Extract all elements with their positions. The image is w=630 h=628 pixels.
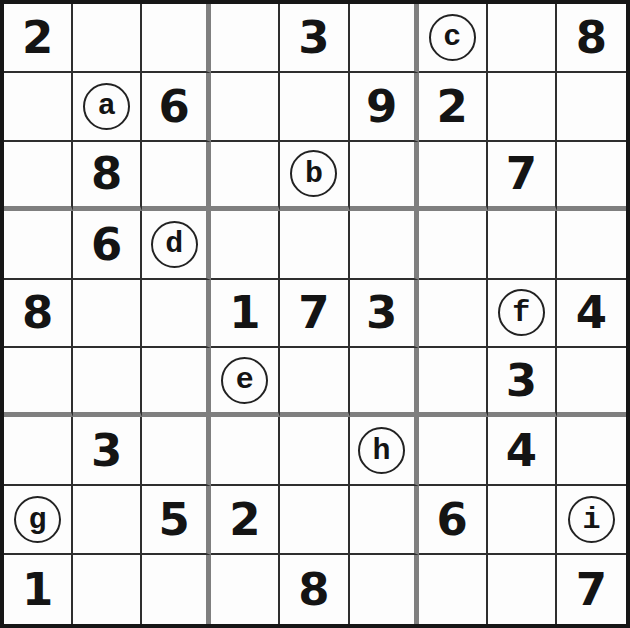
cell-r2c5[interactable] <box>280 73 349 142</box>
circled-letter-c: c <box>429 14 476 61</box>
cell-r6c1[interactable] <box>4 348 73 417</box>
given-digit: 6 <box>437 497 468 542</box>
cell-r5c3[interactable] <box>142 280 211 349</box>
cell-r8c3: 5 <box>142 486 211 555</box>
given-digit: 1 <box>22 567 53 612</box>
cell-r9c4[interactable] <box>211 555 280 624</box>
cell-r5c2[interactable] <box>73 280 142 349</box>
circled-letter-f: f <box>498 289 545 336</box>
cell-r2c3: 6 <box>142 73 211 142</box>
cell-r7c6[interactable]: h <box>350 417 419 486</box>
cell-r2c4[interactable] <box>211 73 280 142</box>
cell-r6c2[interactable] <box>73 348 142 417</box>
cell-r3c6[interactable] <box>350 142 419 211</box>
cell-r6c8: 3 <box>488 348 557 417</box>
cell-r1c4[interactable] <box>211 4 280 73</box>
cell-r7c8: 4 <box>488 417 557 486</box>
given-digit: 7 <box>298 290 329 335</box>
circled-letter-e: e <box>221 357 268 404</box>
cell-r1c7[interactable]: c <box>419 4 488 73</box>
given-digit: 8 <box>91 151 122 196</box>
given-digit: 4 <box>506 428 537 473</box>
cell-r6c6[interactable] <box>350 348 419 417</box>
cell-r2c8[interactable] <box>488 73 557 142</box>
cell-r7c7[interactable] <box>419 417 488 486</box>
cell-r6c5[interactable] <box>280 348 349 417</box>
cell-r7c1[interactable] <box>4 417 73 486</box>
cell-r9c2[interactable] <box>73 555 142 624</box>
cell-r8c8[interactable] <box>488 486 557 555</box>
given-digit: 7 <box>576 567 607 612</box>
cell-r9c7[interactable] <box>419 555 488 624</box>
given-digit: 6 <box>91 222 122 267</box>
sudoku-board: 23c8a6928b76d8173f4e33h4g526i187 <box>0 0 630 628</box>
cell-r1c1: 2 <box>4 4 73 73</box>
given-digit: 6 <box>159 84 190 129</box>
cell-r4c8[interactable] <box>488 211 557 280</box>
given-digit: 8 <box>576 15 607 60</box>
cell-r2c1[interactable] <box>4 73 73 142</box>
cell-r1c9: 8 <box>557 4 626 73</box>
cell-r5c8[interactable]: f <box>488 280 557 349</box>
cell-r5c1: 8 <box>4 280 73 349</box>
cell-r2c6: 9 <box>350 73 419 142</box>
cell-r8c6[interactable] <box>350 486 419 555</box>
given-digit: 5 <box>159 497 190 542</box>
cell-r8c9[interactable]: i <box>557 486 626 555</box>
cell-r9c6[interactable] <box>350 555 419 624</box>
cell-r4c3[interactable]: d <box>142 211 211 280</box>
cell-r8c5[interactable] <box>280 486 349 555</box>
cell-r3c2: 8 <box>73 142 142 211</box>
cell-r3c3[interactable] <box>142 142 211 211</box>
given-digit: 3 <box>366 290 397 335</box>
circled-letter-i: i <box>568 496 615 543</box>
cell-r3c1[interactable] <box>4 142 73 211</box>
cell-r6c7[interactable] <box>419 348 488 417</box>
circled-letter-b: b <box>290 150 337 197</box>
cell-r3c4[interactable] <box>211 142 280 211</box>
cell-r2c9[interactable] <box>557 73 626 142</box>
given-digit: 3 <box>298 15 329 60</box>
cell-r9c3[interactable] <box>142 555 211 624</box>
cell-r8c7: 6 <box>419 486 488 555</box>
cell-r4c1[interactable] <box>4 211 73 280</box>
sudoku-page: 23c8a6928b76d8173f4e33h4g526i187 <box>0 0 630 628</box>
circled-letter-h: h <box>358 427 405 474</box>
given-digit: 1 <box>229 290 260 335</box>
cell-r5c6: 3 <box>350 280 419 349</box>
cell-r4c2: 6 <box>73 211 142 280</box>
cell-r9c8[interactable] <box>488 555 557 624</box>
cell-r3c9[interactable] <box>557 142 626 211</box>
cell-r1c3[interactable] <box>142 4 211 73</box>
cell-r2c2[interactable]: a <box>73 73 142 142</box>
cell-r4c5[interactable] <box>280 211 349 280</box>
cell-r6c4[interactable]: e <box>211 348 280 417</box>
cell-r5c7[interactable] <box>419 280 488 349</box>
cell-r3c7[interactable] <box>419 142 488 211</box>
cell-r8c4: 2 <box>211 486 280 555</box>
given-digit: 2 <box>22 15 53 60</box>
given-digit: 8 <box>298 567 329 612</box>
cell-r4c6[interactable] <box>350 211 419 280</box>
cell-r7c5[interactable] <box>280 417 349 486</box>
cell-r4c7[interactable] <box>419 211 488 280</box>
given-digit: 2 <box>437 84 468 129</box>
cell-r4c9[interactable] <box>557 211 626 280</box>
cell-r5c4: 1 <box>211 280 280 349</box>
cell-r3c8: 7 <box>488 142 557 211</box>
cell-r2c7: 2 <box>419 73 488 142</box>
cell-r7c2: 3 <box>73 417 142 486</box>
cell-r8c2[interactable] <box>73 486 142 555</box>
given-digit: 8 <box>22 290 53 335</box>
cell-r4c4[interactable] <box>211 211 280 280</box>
given-digit: 4 <box>576 290 607 335</box>
given-digit: 2 <box>229 497 260 542</box>
cell-r7c3[interactable] <box>142 417 211 486</box>
cell-r6c3[interactable] <box>142 348 211 417</box>
cell-r1c8[interactable] <box>488 4 557 73</box>
cell-r8c1[interactable]: g <box>4 486 73 555</box>
cell-r3c5[interactable]: b <box>280 142 349 211</box>
cell-r5c9: 4 <box>557 280 626 349</box>
cell-r6c9[interactable] <box>557 348 626 417</box>
given-digit: 3 <box>91 428 122 473</box>
circled-letter-g: g <box>14 496 61 543</box>
cell-r1c2[interactable] <box>73 4 142 73</box>
given-digit: 9 <box>366 84 397 129</box>
cell-r9c1: 1 <box>4 555 73 624</box>
cell-r7c9[interactable] <box>557 417 626 486</box>
cell-r1c6[interactable] <box>350 4 419 73</box>
circled-letter-a: a <box>83 83 130 130</box>
cell-r7c4[interactable] <box>211 417 280 486</box>
cell-r5c5: 7 <box>280 280 349 349</box>
given-digit: 3 <box>506 358 537 403</box>
given-digit: 7 <box>506 151 537 196</box>
circled-letter-d: d <box>151 221 198 268</box>
cell-r1c5: 3 <box>280 4 349 73</box>
cell-r9c9: 7 <box>557 555 626 624</box>
cell-r9c5: 8 <box>280 555 349 624</box>
